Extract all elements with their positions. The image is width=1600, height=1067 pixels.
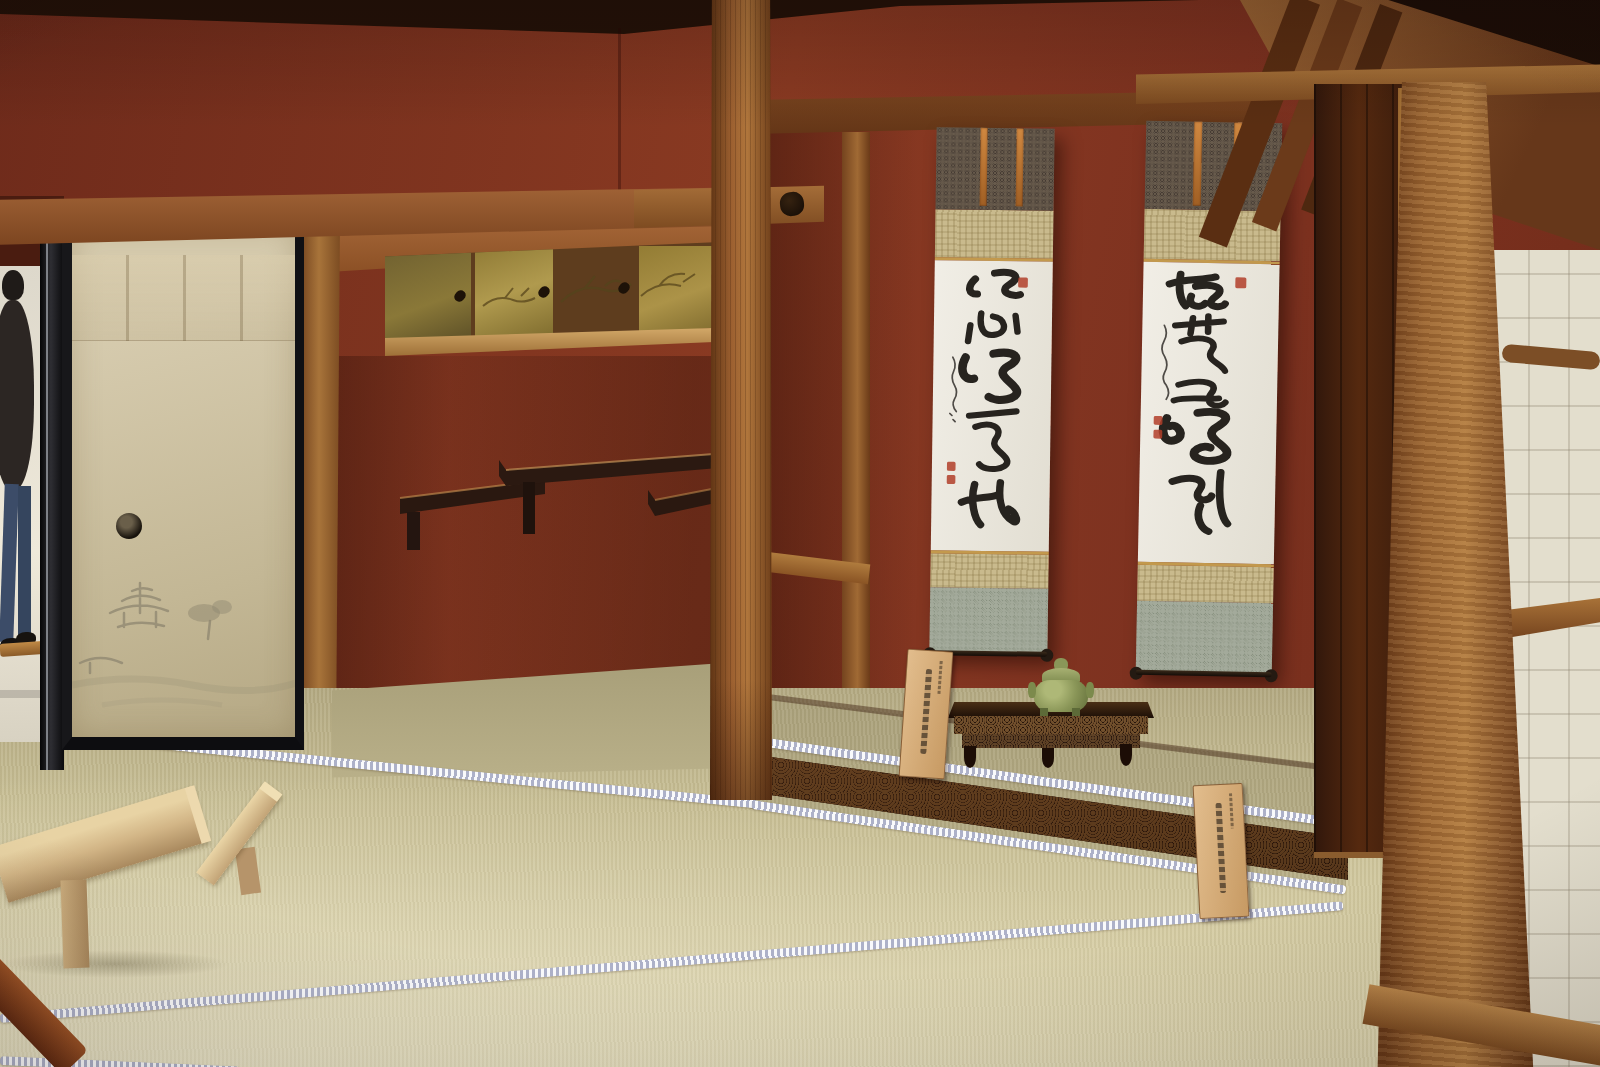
stand-leg (1120, 744, 1132, 766)
adjacent-corridor (0, 266, 42, 742)
ceiling-strip (0, 0, 1200, 40)
stand-lower-tier (962, 734, 1140, 748)
kekkai-shadow (0, 950, 230, 978)
stand-carved-skirt (954, 716, 1148, 734)
visitor-torso (0, 300, 34, 490)
visitor-leg (0, 484, 19, 642)
visitor-leg (18, 486, 31, 636)
kekkai-foot (60, 880, 89, 969)
gold-panel-3 (557, 246, 635, 338)
corridor-step-shadow (0, 690, 42, 698)
photo-japanese-room (0, 0, 1600, 1067)
incense-burner (1030, 660, 1092, 716)
calligraphy-strokes (1138, 262, 1280, 565)
panel-pull-icon (452, 288, 468, 304)
scroll-paper-panel (931, 260, 1053, 552)
fusuma-pull-icon (116, 513, 142, 539)
visitor-head (2, 270, 24, 300)
hanging-scroll-left (929, 127, 1054, 655)
fusuma-upper-band (72, 255, 295, 341)
futai-strip (980, 128, 988, 206)
name-plaque-right (1193, 783, 1250, 919)
stand-leg (1042, 748, 1054, 768)
scroll-header-fabric (936, 127, 1055, 211)
gold-panel-4 (639, 246, 714, 338)
scroll-lower-mount (930, 553, 1048, 589)
calligraphy-strokes (931, 260, 1053, 552)
burner-handle (1086, 682, 1094, 698)
frame-highlight (46, 210, 48, 770)
burner-handle (1028, 682, 1036, 698)
scroll-lower-mount (1137, 565, 1274, 604)
futai-strip (1016, 128, 1024, 206)
tokonoma-corner-trim (842, 132, 870, 710)
fusuma-door (62, 220, 304, 750)
scroll-skirt (929, 587, 1048, 655)
plaque-inscription (920, 669, 932, 755)
scroll-upper-mount (935, 209, 1054, 259)
name-plaque-left (899, 649, 954, 780)
plaque-inscription-small (1229, 794, 1234, 828)
futai-strip (1193, 122, 1203, 206)
plaque-inscription (1216, 803, 1227, 893)
stand-leg (964, 746, 976, 768)
gold-panel-1 (385, 246, 471, 338)
door-frame-stile (40, 210, 64, 770)
ink-branch-painting (639, 246, 714, 338)
burner-foot (1072, 708, 1080, 716)
roller-rod (1136, 670, 1272, 678)
scroll-skirt (1136, 601, 1273, 676)
fusuma-ink-landscape (72, 555, 296, 731)
alcove-left-post (298, 220, 340, 768)
gold-panel-2 (475, 246, 553, 338)
burner-foot (1040, 708, 1048, 716)
chigaidana-shelves (395, 430, 760, 580)
center-pillar (710, 0, 772, 800)
plaque-inscription-small (938, 661, 943, 694)
scroll-paper-panel (1138, 262, 1280, 565)
